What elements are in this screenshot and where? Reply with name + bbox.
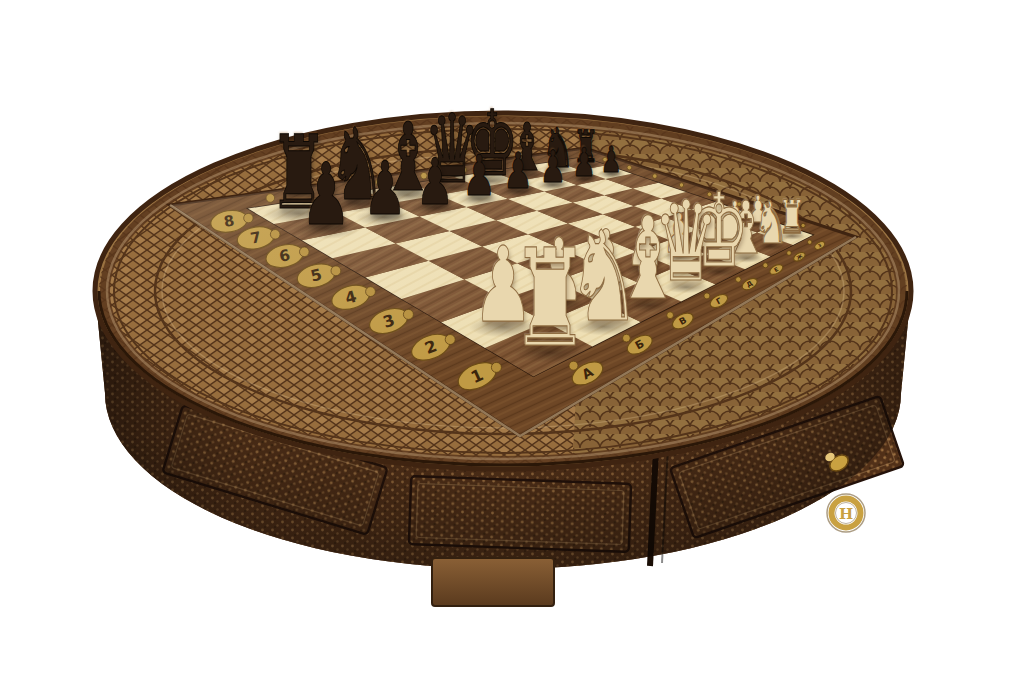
stud-near-rank-5 [331, 266, 341, 276]
piece-black-pawn-h7[interactable]: ♟ [601, 141, 622, 177]
stud-far-rank-7 [627, 165, 632, 170]
stud-near-rank-1 [491, 362, 501, 372]
stud-near-rank-6 [300, 247, 310, 257]
stud-near-rank-8 [244, 213, 253, 222]
piece-black-pawn-d7[interactable]: ♟ [463, 149, 496, 205]
stud-near-rank-2 [445, 335, 455, 345]
stud-near-rank-4 [366, 287, 376, 297]
piece-white-rook-a1[interactable]: ♜ [510, 231, 590, 366]
table-foot [432, 558, 554, 606]
piece-black-pawn-e7[interactable]: ♟ [503, 147, 532, 197]
stud-near-rank-3 [403, 309, 413, 319]
product-photo-chess-table: H А Б В Г Д Е Ж З 1 2 3 4 5 6 7 8 ♜♞♟♝♟♚… [0, 0, 1015, 700]
stud-near-file-h [808, 240, 812, 244]
medallion-letter: H [839, 505, 853, 523]
piece-black-pawn-b7[interactable]: ♟ [363, 151, 407, 225]
piece-black-pawn-g7[interactable]: ♟ [572, 143, 596, 183]
piece-black-pawn-f7[interactable]: ♟ [540, 145, 566, 189]
piece-black-pawn-a7[interactable]: ♟ [301, 152, 352, 238]
piece-black-pawn-c7[interactable]: ♟ [416, 150, 454, 214]
